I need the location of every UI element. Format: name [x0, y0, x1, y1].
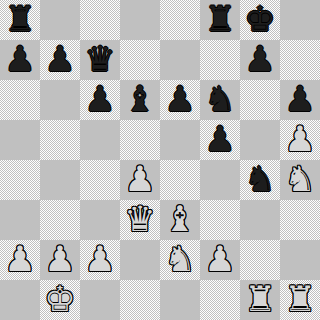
piece-black-rook[interactable]: ♜: [204, 2, 235, 37]
square-c5[interactable]: [80, 120, 120, 160]
square-c2[interactable]: ♟: [80, 240, 120, 280]
piece-black-pawn[interactable]: ♟: [284, 82, 315, 117]
square-f6[interactable]: ♞: [200, 80, 240, 120]
square-g1[interactable]: ♜: [240, 280, 280, 320]
square-b4[interactable]: [40, 160, 80, 200]
square-b7[interactable]: ♟: [40, 40, 80, 80]
square-g4[interactable]: ♞: [240, 160, 280, 200]
piece-white-pawn[interactable]: ♟: [124, 162, 155, 197]
square-g7[interactable]: ♟: [240, 40, 280, 80]
square-d6[interactable]: ♝: [120, 80, 160, 120]
piece-black-knight[interactable]: ♞: [204, 82, 235, 117]
square-f4[interactable]: [200, 160, 240, 200]
piece-black-bishop[interactable]: ♝: [124, 82, 155, 117]
square-b6[interactable]: [40, 80, 80, 120]
square-e5[interactable]: [160, 120, 200, 160]
square-a5[interactable]: [0, 120, 40, 160]
square-a2[interactable]: ♟: [0, 240, 40, 280]
square-c8[interactable]: [80, 0, 120, 40]
piece-white-pawn[interactable]: ♟: [284, 122, 315, 157]
square-e4[interactable]: [160, 160, 200, 200]
piece-black-pawn[interactable]: ♟: [244, 42, 275, 77]
piece-black-pawn[interactable]: ♟: [4, 42, 35, 77]
square-h7[interactable]: [280, 40, 320, 80]
square-a4[interactable]: [0, 160, 40, 200]
piece-white-pawn[interactable]: ♟: [44, 242, 75, 277]
square-d3[interactable]: ♛: [120, 200, 160, 240]
square-d4[interactable]: ♟: [120, 160, 160, 200]
square-h3[interactable]: [280, 200, 320, 240]
piece-black-rook[interactable]: ♜: [4, 2, 35, 37]
square-h2[interactable]: [280, 240, 320, 280]
piece-white-pawn[interactable]: ♟: [84, 242, 115, 277]
square-b5[interactable]: [40, 120, 80, 160]
square-a8[interactable]: ♜: [0, 0, 40, 40]
square-e2[interactable]: ♞: [160, 240, 200, 280]
square-f3[interactable]: [200, 200, 240, 240]
square-f5[interactable]: ♟: [200, 120, 240, 160]
square-e7[interactable]: [160, 40, 200, 80]
piece-black-queen[interactable]: ♛: [84, 42, 115, 77]
square-f7[interactable]: [200, 40, 240, 80]
square-f2[interactable]: ♟: [200, 240, 240, 280]
chess-board: ♜♜♚♟♟♛♟♟♝♟♞♟♟♟♟♞♞♛♝♟♟♟♞♟♚♜♜: [0, 0, 320, 320]
square-b2[interactable]: ♟: [40, 240, 80, 280]
piece-black-knight[interactable]: ♞: [244, 162, 275, 197]
square-g6[interactable]: [240, 80, 280, 120]
piece-white-queen[interactable]: ♛: [124, 202, 155, 237]
square-d8[interactable]: [120, 0, 160, 40]
square-e8[interactable]: [160, 0, 200, 40]
square-a7[interactable]: ♟: [0, 40, 40, 80]
square-e3[interactable]: ♝: [160, 200, 200, 240]
square-d2[interactable]: [120, 240, 160, 280]
piece-black-pawn[interactable]: ♟: [164, 82, 195, 117]
square-f1[interactable]: [200, 280, 240, 320]
piece-white-pawn[interactable]: ♟: [4, 242, 35, 277]
square-d5[interactable]: [120, 120, 160, 160]
piece-white-knight[interactable]: ♞: [284, 162, 315, 197]
square-g5[interactable]: [240, 120, 280, 160]
square-c6[interactable]: ♟: [80, 80, 120, 120]
square-e1[interactable]: [160, 280, 200, 320]
square-a3[interactable]: [0, 200, 40, 240]
square-d7[interactable]: [120, 40, 160, 80]
square-a1[interactable]: [0, 280, 40, 320]
square-d1[interactable]: [120, 280, 160, 320]
square-g3[interactable]: [240, 200, 280, 240]
piece-white-knight[interactable]: ♞: [164, 242, 195, 277]
square-a6[interactable]: [0, 80, 40, 120]
piece-black-pawn[interactable]: ♟: [84, 82, 115, 117]
square-b3[interactable]: [40, 200, 80, 240]
piece-white-pawn[interactable]: ♟: [204, 242, 235, 277]
square-f8[interactable]: ♜: [200, 0, 240, 40]
square-c3[interactable]: [80, 200, 120, 240]
square-h4[interactable]: ♞: [280, 160, 320, 200]
square-g2[interactable]: [240, 240, 280, 280]
square-h8[interactable]: [280, 0, 320, 40]
square-h1[interactable]: ♜: [280, 280, 320, 320]
square-c1[interactable]: [80, 280, 120, 320]
piece-white-rook[interactable]: ♜: [284, 282, 315, 317]
square-e6[interactable]: ♟: [160, 80, 200, 120]
square-b1[interactable]: ♚: [40, 280, 80, 320]
square-c4[interactable]: [80, 160, 120, 200]
piece-black-pawn[interactable]: ♟: [204, 122, 235, 157]
square-b8[interactable]: [40, 0, 80, 40]
piece-white-bishop[interactable]: ♝: [164, 202, 195, 237]
piece-white-rook[interactable]: ♜: [244, 282, 275, 317]
piece-white-king[interactable]: ♚: [44, 282, 75, 317]
square-h6[interactable]: ♟: [280, 80, 320, 120]
square-c7[interactable]: ♛: [80, 40, 120, 80]
piece-black-pawn[interactable]: ♟: [44, 42, 75, 77]
piece-black-king[interactable]: ♚: [244, 2, 275, 37]
square-h5[interactable]: ♟: [280, 120, 320, 160]
square-g8[interactable]: ♚: [240, 0, 280, 40]
